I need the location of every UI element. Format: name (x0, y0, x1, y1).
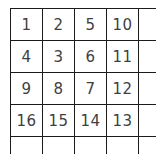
grid-cell-r2c3: 6 (74, 40, 106, 72)
grid-cell-empty (42, 136, 74, 154)
grid-cell-empty (138, 104, 156, 136)
grid-cell-r4c4: 13 (106, 104, 138, 136)
grid-cell-r1c3: 5 (74, 8, 106, 40)
grid-cell-r3c2: 8 (42, 72, 74, 104)
grid-cell-r4c1: 16 (10, 104, 42, 136)
grid-cell-r1c2: 2 (42, 8, 74, 40)
grid-cell-empty (106, 136, 138, 154)
grid-cell-r2c1: 4 (10, 40, 42, 72)
grid-cell-r2c2: 3 (42, 40, 74, 72)
grid-cell-r3c3: 7 (74, 72, 106, 104)
number-grid-board: 12510436119871216151413 (10, 8, 156, 154)
grid-cell-empty (138, 72, 156, 104)
grid-cell-empty (10, 136, 42, 154)
grid-cell-empty (138, 136, 156, 154)
grid-cell-r1c4: 10 (106, 8, 138, 40)
grid-cell-r4c2: 15 (42, 104, 74, 136)
grid-cell-r3c4: 12 (106, 72, 138, 104)
number-grid: 12510436119871216151413 (10, 8, 156, 154)
grid-cell-empty (138, 8, 156, 40)
grid-cell-empty (138, 40, 156, 72)
grid-cell-r4c3: 14 (74, 104, 106, 136)
grid-cell-r1c1: 1 (10, 8, 42, 40)
grid-cell-empty (74, 136, 106, 154)
grid-cell-r3c1: 9 (10, 72, 42, 104)
grid-cell-r2c4: 11 (106, 40, 138, 72)
